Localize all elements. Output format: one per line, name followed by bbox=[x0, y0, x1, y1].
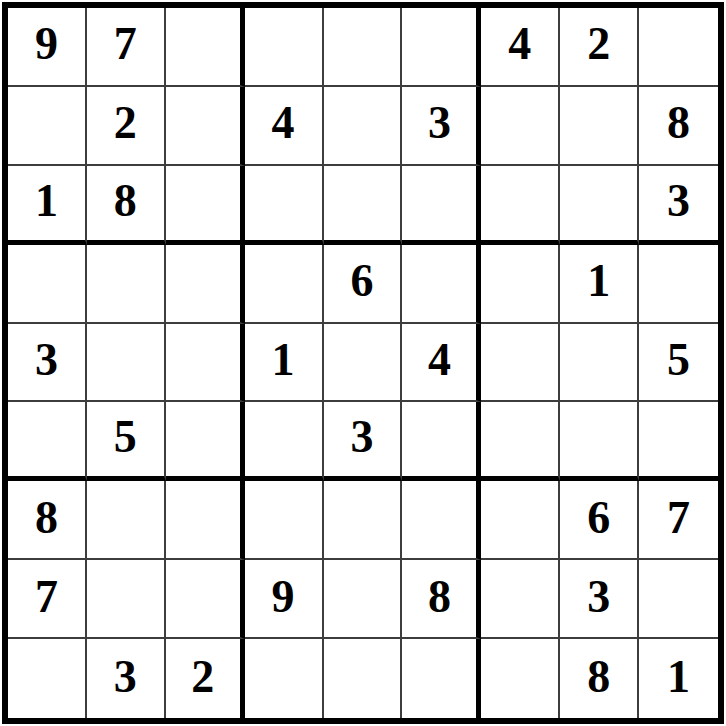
cell-r6c1-empty[interactable] bbox=[8, 402, 87, 481]
cell-r3c1-given[interactable]: 1 bbox=[8, 166, 87, 245]
cell-r7c8-given[interactable]: 6 bbox=[560, 481, 639, 560]
cell-r4c3-empty[interactable] bbox=[166, 245, 245, 324]
cell-r5c5-empty[interactable] bbox=[324, 324, 403, 403]
cell-r8c4-given[interactable]: 9 bbox=[245, 560, 324, 639]
cell-r7c7-empty[interactable] bbox=[481, 481, 560, 560]
cell-r9c1-empty[interactable] bbox=[8, 639, 87, 718]
cell-r4c8-given[interactable]: 1 bbox=[560, 245, 639, 324]
cell-r1c2-given[interactable]: 7 bbox=[87, 8, 166, 87]
cell-r4c9-empty[interactable] bbox=[639, 245, 718, 324]
cell-r6c9-empty[interactable] bbox=[639, 402, 718, 481]
cell-r1c3-empty[interactable] bbox=[166, 8, 245, 87]
cell-r5c1-given[interactable]: 3 bbox=[8, 324, 87, 403]
sudoku-board: 974224381836131455386779833281 bbox=[2, 2, 724, 724]
cell-r6c7-empty[interactable] bbox=[481, 402, 560, 481]
cell-r4c7-empty[interactable] bbox=[481, 245, 560, 324]
cell-r6c3-empty[interactable] bbox=[166, 402, 245, 481]
cell-r8c1-given[interactable]: 7 bbox=[8, 560, 87, 639]
cell-r9c7-empty[interactable] bbox=[481, 639, 560, 718]
cell-r1c9-empty[interactable] bbox=[639, 8, 718, 87]
cell-r9c4-empty[interactable] bbox=[245, 639, 324, 718]
cell-r4c1-empty[interactable] bbox=[8, 245, 87, 324]
cell-r8c9-empty[interactable] bbox=[639, 560, 718, 639]
cell-r3c5-empty[interactable] bbox=[324, 166, 403, 245]
cell-r3c8-empty[interactable] bbox=[560, 166, 639, 245]
cell-r6c6-empty[interactable] bbox=[402, 402, 481, 481]
cell-r1c4-empty[interactable] bbox=[245, 8, 324, 87]
cell-r6c5-given[interactable]: 3 bbox=[324, 402, 403, 481]
cell-r2c3-empty[interactable] bbox=[166, 87, 245, 166]
cell-r4c2-empty[interactable] bbox=[87, 245, 166, 324]
cell-r4c4-empty[interactable] bbox=[245, 245, 324, 324]
cell-r1c7-given[interactable]: 4 bbox=[481, 8, 560, 87]
cell-r6c4-empty[interactable] bbox=[245, 402, 324, 481]
cell-r7c9-given[interactable]: 7 bbox=[639, 481, 718, 560]
cell-r1c8-given[interactable]: 2 bbox=[560, 8, 639, 87]
cell-r9c5-empty[interactable] bbox=[324, 639, 403, 718]
cell-r2c6-given[interactable]: 3 bbox=[402, 87, 481, 166]
cell-r5c8-empty[interactable] bbox=[560, 324, 639, 403]
cell-r9c2-given[interactable]: 3 bbox=[87, 639, 166, 718]
cell-r5c2-empty[interactable] bbox=[87, 324, 166, 403]
cell-r9c6-empty[interactable] bbox=[402, 639, 481, 718]
cell-r5c3-empty[interactable] bbox=[166, 324, 245, 403]
cell-r5c4-given[interactable]: 1 bbox=[245, 324, 324, 403]
cell-r4c6-empty[interactable] bbox=[402, 245, 481, 324]
cell-r3c2-given[interactable]: 8 bbox=[87, 166, 166, 245]
cell-r3c4-empty[interactable] bbox=[245, 166, 324, 245]
cell-r2c5-empty[interactable] bbox=[324, 87, 403, 166]
cell-r2c7-empty[interactable] bbox=[481, 87, 560, 166]
cell-r6c8-empty[interactable] bbox=[560, 402, 639, 481]
cell-r9c3-given[interactable]: 2 bbox=[166, 639, 245, 718]
cell-r7c6-empty[interactable] bbox=[402, 481, 481, 560]
cell-r5c6-given[interactable]: 4 bbox=[402, 324, 481, 403]
cell-r1c5-empty[interactable] bbox=[324, 8, 403, 87]
cell-r3c9-given[interactable]: 3 bbox=[639, 166, 718, 245]
cell-r7c3-empty[interactable] bbox=[166, 481, 245, 560]
cell-r2c8-empty[interactable] bbox=[560, 87, 639, 166]
cell-r2c4-given[interactable]: 4 bbox=[245, 87, 324, 166]
cell-r1c1-given[interactable]: 9 bbox=[8, 8, 87, 87]
cell-r2c2-given[interactable]: 2 bbox=[87, 87, 166, 166]
cell-r8c8-given[interactable]: 3 bbox=[560, 560, 639, 639]
cell-r4c5-given[interactable]: 6 bbox=[324, 245, 403, 324]
cell-r5c9-given[interactable]: 5 bbox=[639, 324, 718, 403]
cell-r8c2-empty[interactable] bbox=[87, 560, 166, 639]
cell-r1c6-empty[interactable] bbox=[402, 8, 481, 87]
cell-r5c7-empty[interactable] bbox=[481, 324, 560, 403]
cell-r6c2-given[interactable]: 5 bbox=[87, 402, 166, 481]
cell-r8c3-empty[interactable] bbox=[166, 560, 245, 639]
cell-r7c5-empty[interactable] bbox=[324, 481, 403, 560]
cell-r8c6-given[interactable]: 8 bbox=[402, 560, 481, 639]
cell-r2c9-given[interactable]: 8 bbox=[639, 87, 718, 166]
cell-r3c3-empty[interactable] bbox=[166, 166, 245, 245]
cell-r7c4-empty[interactable] bbox=[245, 481, 324, 560]
cell-r7c2-empty[interactable] bbox=[87, 481, 166, 560]
cell-r3c6-empty[interactable] bbox=[402, 166, 481, 245]
cell-r8c5-empty[interactable] bbox=[324, 560, 403, 639]
cell-r9c8-given[interactable]: 8 bbox=[560, 639, 639, 718]
cell-r8c7-empty[interactable] bbox=[481, 560, 560, 639]
cell-r9c9-given[interactable]: 1 bbox=[639, 639, 718, 718]
cell-r7c1-given[interactable]: 8 bbox=[8, 481, 87, 560]
cell-r3c7-empty[interactable] bbox=[481, 166, 560, 245]
cell-r2c1-empty[interactable] bbox=[8, 87, 87, 166]
